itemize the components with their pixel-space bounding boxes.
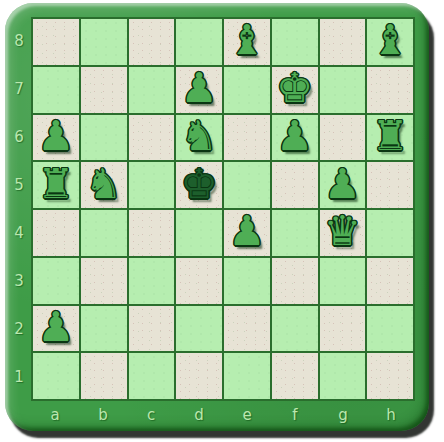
square-a8[interactable] bbox=[33, 19, 79, 65]
square-a2[interactable]: ♟ bbox=[33, 306, 79, 352]
white-pawn-piece[interactable]: ♟ bbox=[228, 211, 265, 252]
square-c4[interactable] bbox=[129, 210, 175, 256]
square-b4[interactable] bbox=[81, 210, 127, 256]
square-f4[interactable] bbox=[272, 210, 318, 256]
white-pawn-piece[interactable]: ♟ bbox=[37, 307, 74, 348]
square-h1[interactable] bbox=[367, 353, 413, 399]
white-knight-piece[interactable]: ♞ bbox=[181, 116, 218, 157]
rank-label-8: 8 bbox=[9, 17, 29, 65]
square-c2[interactable] bbox=[129, 306, 175, 352]
square-d1[interactable] bbox=[176, 353, 222, 399]
square-d4[interactable] bbox=[176, 210, 222, 256]
white-pawn-piece[interactable]: ♟ bbox=[276, 116, 313, 157]
square-b8[interactable] bbox=[81, 19, 127, 65]
white-bishop-piece[interactable]: ♝ bbox=[228, 20, 265, 61]
square-e8[interactable]: ♝ bbox=[224, 19, 270, 65]
file-label-h: h bbox=[367, 401, 415, 429]
rank-label-5: 5 bbox=[9, 161, 29, 209]
square-a1[interactable] bbox=[33, 353, 79, 399]
file-label-c: c bbox=[127, 401, 175, 429]
square-h6[interactable]: ♜ bbox=[367, 115, 413, 161]
square-g5[interactable]: ♟ bbox=[320, 162, 366, 208]
square-h2[interactable] bbox=[367, 306, 413, 352]
square-a3[interactable] bbox=[33, 258, 79, 304]
file-label-f: f bbox=[271, 401, 319, 429]
square-e2[interactable] bbox=[224, 306, 270, 352]
square-d5[interactable]: ♚ bbox=[176, 162, 222, 208]
black-king-piece[interactable]: ♚ bbox=[181, 164, 218, 205]
square-d2[interactable] bbox=[176, 306, 222, 352]
square-a5[interactable]: ♜ bbox=[33, 162, 79, 208]
square-g6[interactable] bbox=[320, 115, 366, 161]
square-g4[interactable]: ♛ bbox=[320, 210, 366, 256]
square-b5[interactable]: ♞ bbox=[81, 162, 127, 208]
board: ♝♝♟♚♟♞♟♜♜♞♚♟♟♛♟ bbox=[31, 17, 415, 401]
rank-label-1: 1 bbox=[9, 353, 29, 401]
square-c3[interactable] bbox=[129, 258, 175, 304]
file-label-g: g bbox=[319, 401, 367, 429]
rank-label-3: 3 bbox=[9, 257, 29, 305]
square-e5[interactable] bbox=[224, 162, 270, 208]
square-f8[interactable] bbox=[272, 19, 318, 65]
square-e7[interactable] bbox=[224, 67, 270, 113]
square-h8[interactable]: ♝ bbox=[367, 19, 413, 65]
file-label-e: e bbox=[223, 401, 271, 429]
square-f5[interactable] bbox=[272, 162, 318, 208]
square-f1[interactable] bbox=[272, 353, 318, 399]
chess-app: ♝♝♟♚♟♞♟♜♜♞♚♟♟♛♟ 87654321 abcdefgh bbox=[0, 0, 444, 442]
white-pawn-piece[interactable]: ♟ bbox=[37, 116, 74, 157]
rank-label-6: 6 bbox=[9, 113, 29, 161]
square-h3[interactable] bbox=[367, 258, 413, 304]
white-pawn-piece[interactable]: ♟ bbox=[181, 68, 218, 109]
white-rook-piece[interactable]: ♜ bbox=[37, 164, 74, 205]
square-a7[interactable] bbox=[33, 67, 79, 113]
rank-label-4: 4 bbox=[9, 209, 29, 257]
square-f6[interactable]: ♟ bbox=[272, 115, 318, 161]
white-pawn-piece[interactable]: ♟ bbox=[324, 164, 361, 205]
square-h5[interactable] bbox=[367, 162, 413, 208]
square-c7[interactable] bbox=[129, 67, 175, 113]
square-e1[interactable] bbox=[224, 353, 270, 399]
square-f7[interactable]: ♚ bbox=[272, 67, 318, 113]
square-b1[interactable] bbox=[81, 353, 127, 399]
square-g3[interactable] bbox=[320, 258, 366, 304]
square-d6[interactable]: ♞ bbox=[176, 115, 222, 161]
square-d3[interactable] bbox=[176, 258, 222, 304]
square-g8[interactable] bbox=[320, 19, 366, 65]
square-b3[interactable] bbox=[81, 258, 127, 304]
square-c8[interactable] bbox=[129, 19, 175, 65]
file-label-d: d bbox=[175, 401, 223, 429]
square-f2[interactable] bbox=[272, 306, 318, 352]
square-e3[interactable] bbox=[224, 258, 270, 304]
square-g1[interactable] bbox=[320, 353, 366, 399]
square-b6[interactable] bbox=[81, 115, 127, 161]
white-king-piece[interactable]: ♚ bbox=[276, 68, 313, 109]
white-knight-piece[interactable]: ♞ bbox=[85, 164, 122, 205]
square-f3[interactable] bbox=[272, 258, 318, 304]
rank-label-7: 7 bbox=[9, 65, 29, 113]
file-label-a: a bbox=[31, 401, 79, 429]
square-c1[interactable] bbox=[129, 353, 175, 399]
white-bishop-piece[interactable]: ♝ bbox=[372, 20, 409, 61]
square-h7[interactable] bbox=[367, 67, 413, 113]
square-c5[interactable] bbox=[129, 162, 175, 208]
square-b7[interactable] bbox=[81, 67, 127, 113]
square-g7[interactable] bbox=[320, 67, 366, 113]
square-c6[interactable] bbox=[129, 115, 175, 161]
square-d7[interactable]: ♟ bbox=[176, 67, 222, 113]
white-queen-piece[interactable]: ♛ bbox=[324, 211, 361, 252]
square-a4[interactable] bbox=[33, 210, 79, 256]
square-e6[interactable] bbox=[224, 115, 270, 161]
square-b2[interactable] bbox=[81, 306, 127, 352]
square-h4[interactable] bbox=[367, 210, 413, 256]
square-g2[interactable] bbox=[320, 306, 366, 352]
square-e4[interactable]: ♟ bbox=[224, 210, 270, 256]
white-rook-piece[interactable]: ♜ bbox=[372, 116, 409, 157]
square-a6[interactable]: ♟ bbox=[33, 115, 79, 161]
rank-label-2: 2 bbox=[9, 305, 29, 353]
square-d8[interactable] bbox=[176, 19, 222, 65]
file-label-b: b bbox=[79, 401, 127, 429]
